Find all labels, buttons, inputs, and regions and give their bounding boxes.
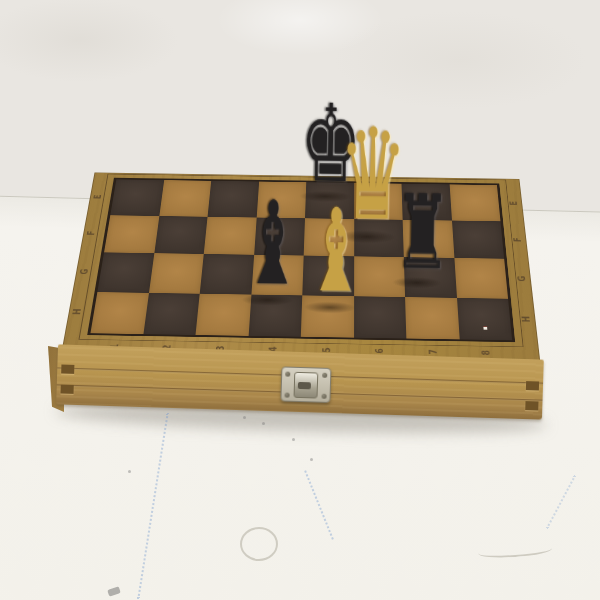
screw-icon [285, 393, 290, 398]
board-top-face: EEFFGGHH12345678 ♚♛♜♝♝ [61, 173, 541, 365]
rank-label-left-G: G [76, 266, 93, 276]
board-square-G3[interactable] [200, 254, 254, 294]
board-square-H1[interactable] [90, 292, 148, 334]
rank-label-right-H: H [518, 314, 535, 325]
board-square-H3[interactable] [196, 293, 251, 335]
board-square-G7[interactable] [404, 257, 457, 297]
rank-label-right-E: E [506, 198, 521, 207]
board-square-E8[interactable] [449, 184, 500, 221]
board-square-H6[interactable] [354, 296, 407, 339]
board-square-G8[interactable] [454, 258, 508, 299]
board-square-F4[interactable] [254, 217, 305, 255]
board-square-H4[interactable] [248, 294, 302, 337]
floor-speck [292, 438, 295, 441]
board-square-E4[interactable] [256, 182, 306, 218]
board-square-G6[interactable] [354, 256, 405, 296]
rank-label-right-F: F [510, 235, 526, 245]
board-square-G1[interactable] [97, 252, 153, 292]
board-square-E2[interactable] [159, 180, 211, 216]
dovetail-joint [525, 401, 538, 410]
board-square-G4[interactable] [251, 255, 304, 295]
rank-label-left-E: E [90, 192, 106, 201]
board-grid [87, 178, 515, 343]
board-square-G5[interactable] [302, 256, 353, 296]
floor-speck [128, 470, 131, 473]
screw-icon [321, 394, 326, 399]
board-square-E6[interactable] [354, 183, 403, 220]
dovetail-joint [61, 364, 74, 373]
board-square-E1[interactable] [110, 179, 163, 215]
chess-box-top-scene: EEFFGGHH12345678 ♚♛♜♝♝ [60, 60, 540, 360]
rank-label-left-H: H [69, 307, 86, 318]
board-square-E7[interactable] [402, 184, 452, 221]
board-square-H5[interactable] [301, 295, 354, 338]
rank-label-right-G: G [514, 273, 530, 283]
metal-clasp[interactable] [280, 366, 331, 403]
floor-speck [310, 458, 313, 461]
floor-speck [262, 422, 265, 425]
board-square-E5[interactable] [305, 182, 354, 218]
board-square-F7[interactable] [403, 219, 454, 257]
board-square-E3[interactable] [208, 181, 259, 217]
board-square-H2[interactable] [143, 293, 200, 335]
floor-ring-stain [240, 527, 278, 561]
board-square-F2[interactable] [154, 216, 208, 254]
board-square-F8[interactable] [452, 220, 505, 258]
board-square-G2[interactable] [149, 253, 204, 293]
board-square-F5[interactable] [304, 218, 354, 256]
dovetail-joint [526, 381, 539, 390]
dovetail-joint [61, 384, 74, 393]
screw-icon [285, 372, 290, 377]
screw-icon [322, 373, 327, 378]
board-square-F6[interactable] [354, 219, 404, 257]
floor-speck [243, 416, 246, 419]
board-square-H7[interactable] [405, 297, 459, 340]
board-square-F1[interactable] [104, 215, 159, 253]
board-square-H8[interactable] [457, 298, 513, 341]
board-square-F3[interactable] [204, 216, 257, 254]
clasp-slot [298, 382, 311, 389]
rank-label-left-F: F [83, 228, 99, 238]
